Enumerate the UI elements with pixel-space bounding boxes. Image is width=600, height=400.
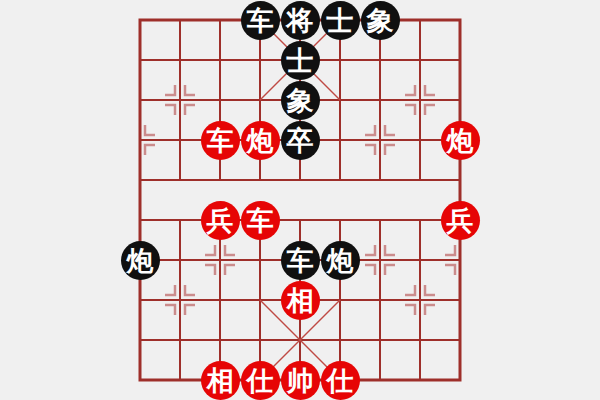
piece-red-elephant[interactable]: 相 [281, 281, 320, 320]
xiangqi-diagram: 车将士象士象车炮卒炮兵车兵炮车炮相相仕帅仕 [0, 0, 600, 400]
piece-black-advisor[interactable]: 士 [281, 41, 320, 80]
piece-black-cannon[interactable]: 炮 [121, 241, 160, 280]
piece-black-elephant[interactable]: 象 [361, 1, 400, 40]
piece-red-chariot[interactable]: 车 [201, 121, 240, 160]
piece-black-chariot[interactable]: 车 [241, 1, 280, 40]
piece-red-advisor[interactable]: 仕 [321, 361, 360, 400]
xiangqi-board: 车将士象士象车炮卒炮兵车兵炮车炮相相仕帅仕 [0, 0, 600, 400]
piece-red-cannon[interactable]: 炮 [241, 121, 280, 160]
piece-red-soldier[interactable]: 兵 [441, 201, 480, 240]
piece-red-general[interactable]: 帅 [281, 361, 320, 400]
piece-black-chariot[interactable]: 车 [281, 241, 320, 280]
piece-black-elephant[interactable]: 象 [281, 81, 320, 120]
piece-black-advisor[interactable]: 士 [321, 1, 360, 40]
piece-red-cannon[interactable]: 炮 [441, 121, 480, 160]
piece-red-chariot[interactable]: 车 [241, 201, 280, 240]
piece-red-soldier[interactable]: 兵 [201, 201, 240, 240]
piece-black-general[interactable]: 将 [281, 1, 320, 40]
piece-black-cannon[interactable]: 炮 [321, 241, 360, 280]
piece-red-advisor[interactable]: 仕 [241, 361, 280, 400]
piece-black-soldier[interactable]: 卒 [281, 121, 320, 160]
pieces-grid: 车将士象士象车炮卒炮兵车兵炮车炮相相仕帅仕 [120, 0, 480, 400]
piece-red-elephant[interactable]: 相 [201, 361, 240, 400]
